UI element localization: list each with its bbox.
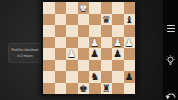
piece-bP: ♟: [124, 71, 136, 83]
square[interactable]: [43, 14, 55, 26]
square[interactable]: [78, 71, 90, 83]
square[interactable]: [43, 48, 55, 60]
piece-bP: ♟: [89, 48, 101, 60]
square[interactable]: [55, 37, 67, 49]
square[interactable]: [66, 14, 78, 26]
square[interactable]: [101, 25, 113, 37]
tooltip-line-2: in 2 moves: [17, 54, 32, 58]
square[interactable]: [124, 2, 136, 14]
square[interactable]: [43, 71, 55, 83]
square[interactable]: [112, 14, 124, 26]
square[interactable]: [89, 14, 101, 26]
square[interactable]: [112, 83, 124, 95]
square[interactable]: ♟: [112, 48, 124, 60]
square[interactable]: [112, 71, 124, 83]
piece-wP: ♟: [124, 37, 136, 49]
menu-icon[interactable]: [167, 25, 175, 34]
piece-wK: ♚: [78, 2, 90, 14]
square[interactable]: [89, 60, 101, 72]
square[interactable]: [124, 83, 136, 95]
chess-board: ♚♛♝♟♟♟♟♟♟♞♟♚♜: [43, 2, 135, 94]
square[interactable]: [55, 2, 67, 14]
square[interactable]: [66, 71, 78, 83]
square[interactable]: [55, 71, 67, 83]
square[interactable]: [101, 2, 113, 14]
square[interactable]: [55, 25, 67, 37]
square[interactable]: [66, 2, 78, 14]
square[interactable]: ♟: [124, 37, 136, 49]
square[interactable]: [55, 48, 67, 60]
square[interactable]: [112, 25, 124, 37]
square[interactable]: [43, 25, 55, 37]
square[interactable]: [43, 83, 55, 95]
square[interactable]: [101, 60, 113, 72]
square[interactable]: ♟: [124, 71, 136, 83]
square[interactable]: ♚: [78, 83, 90, 95]
square[interactable]: ♚: [78, 2, 90, 14]
square[interactable]: ♜: [101, 83, 113, 95]
square[interactable]: [89, 83, 101, 95]
square[interactable]: [66, 60, 78, 72]
square[interactable]: [66, 25, 78, 37]
square[interactable]: ♝: [124, 14, 136, 26]
square[interactable]: [112, 2, 124, 14]
piece-wP: ♟: [89, 37, 101, 49]
square[interactable]: ♟: [89, 37, 101, 49]
piece-wP: ♟: [66, 48, 78, 60]
piece-bN: ♞: [89, 71, 101, 83]
tooltip-line-1: Find the checkmate: [11, 48, 38, 52]
square[interactable]: [55, 60, 67, 72]
square[interactable]: ♟: [89, 48, 101, 60]
square[interactable]: [89, 2, 101, 14]
hint-bulb-icon[interactable]: [165, 53, 176, 71]
square[interactable]: [55, 83, 67, 95]
square[interactable]: [55, 14, 67, 26]
square[interactable]: [78, 37, 90, 49]
square[interactable]: [78, 25, 90, 37]
square[interactable]: ♞: [89, 71, 101, 83]
side-toolbar: [163, 0, 178, 100]
piece-bQ: ♛: [101, 14, 113, 26]
square[interactable]: [78, 48, 90, 60]
square[interactable]: [124, 48, 136, 60]
square[interactable]: [66, 83, 78, 95]
square[interactable]: [124, 25, 136, 37]
piece-bR: ♜: [101, 83, 113, 95]
square[interactable]: [101, 48, 113, 60]
puzzle-goal-tooltip: Find the checkmate in 2 moves: [8, 43, 42, 63]
piece-wP: ♟: [112, 37, 124, 49]
square[interactable]: [43, 60, 55, 72]
square[interactable]: [43, 37, 55, 49]
square[interactable]: [78, 14, 90, 26]
square[interactable]: [43, 2, 55, 14]
piece-bK: ♚: [78, 83, 90, 95]
undo-icon[interactable]: [165, 86, 177, 100]
square[interactable]: [124, 60, 136, 72]
square[interactable]: ♛: [101, 14, 113, 26]
square[interactable]: [89, 25, 101, 37]
square[interactable]: [66, 37, 78, 49]
square[interactable]: ♟: [66, 48, 78, 60]
chess-board-frame: ♚♛♝♟♟♟♟♟♟♞♟♚♜: [41, 0, 137, 96]
square[interactable]: ♟: [112, 37, 124, 49]
square[interactable]: [112, 60, 124, 72]
square[interactable]: [78, 60, 90, 72]
square[interactable]: [101, 71, 113, 83]
piece-bB: ♝: [124, 14, 136, 26]
piece-bP: ♟: [112, 48, 124, 60]
app-background: Find the checkmate in 2 moves ♚♛♝♟♟♟♟♟♟♞…: [0, 0, 178, 100]
square[interactable]: [101, 37, 113, 49]
